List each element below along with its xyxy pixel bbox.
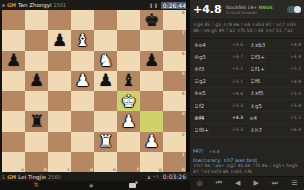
top-player-rating: 2561 [54,2,67,8]
piece-black-pawn-e5[interactable]: ♟ [94,71,117,91]
menu-icon[interactable]: ☰ [291,180,297,187]
record-icon[interactable]: ◉ [89,183,93,188]
white-move-eval: +4.6 [220,42,246,47]
piece-white-rook-e2[interactable]: ♜ [94,132,117,152]
inaccuracy-eval: +4.8 [209,149,220,154]
square-g6[interactable]: ♟ [140,51,163,71]
navigation-controls: ◎⏮◀▶⏭☰ [190,176,304,190]
chat-icon[interactable] [129,183,136,188]
square-d7[interactable]: ♝ [71,30,94,50]
square-g4[interactable] [140,91,163,111]
square-f8[interactable] [117,10,140,30]
engine-circle-icon[interactable]: ◎ [197,180,203,187]
square-g7[interactable] [140,30,163,50]
top-player-clock: 0:26:44 [161,2,188,9]
square-h8[interactable]: 8 [163,10,186,30]
pawn-icon: ♟ [147,174,151,180]
white-move-eval: +5.3 [220,127,246,132]
white-move-eval: +4.7 [220,54,246,59]
black-move[interactable]: ♗g5 [246,103,278,109]
square-b2[interactable] [25,132,48,152]
piece-white-king-f4[interactable]: ♚ [117,91,140,111]
engine-toggle-knob [294,6,301,13]
inaccuracy-move[interactable]: f4?! [193,148,204,154]
square-a1[interactable]: a [2,152,25,172]
bottom-player-name: Lei Tingjie [18,174,46,180]
analysis-flask-icon[interactable]: ⚗ [33,182,38,188]
move-row: ♔g5+4.7♖f3++4.8 [190,51,304,63]
white-move[interactable]: ♖g2 [190,78,220,84]
square-c3[interactable] [48,111,71,131]
square-b6[interactable] [25,51,48,71]
square-h6[interactable]: 6 [163,51,186,71]
square-d4[interactable] [71,91,94,111]
black-move[interactable]: ♗xb3 [246,42,278,48]
top-player-bar: GM Tan Zhongyi 2561 ❚❚ 0:26:44 [0,0,190,10]
white-move-eval: +5.1 [220,79,246,84]
square-e1[interactable]: e [94,152,117,172]
piece-black-pawn-b5[interactable]: ♟ [25,71,48,91]
square-c8[interactable] [48,10,71,30]
square-f2[interactable] [117,132,140,152]
live-dot-icon [2,4,5,7]
move-row: ♔e4+4.6♗xb3+4.8 [190,39,304,51]
white-move[interactable]: ♖f2 [190,103,220,109]
white-move-eval: +4.3 [220,115,246,120]
engine-info: Stockfish 14+ NNUE in local browser [226,5,287,15]
rank-label-4: 4 [182,92,185,97]
square-d3[interactable] [71,111,94,131]
square-g5[interactable] [140,71,163,91]
white-move-eval: +5.3 [220,103,246,108]
square-a8[interactable] [2,10,25,30]
engine-toggle[interactable] [287,6,301,13]
square-h2[interactable]: 2 [163,132,186,152]
white-move[interactable]: ♔f4 [190,115,220,121]
chess-board[interactable]: ♚8♟♝7♟♞♟6♟♟♟♝5♚4♜♟3♜♟2abcdefg1h [2,10,186,172]
piece-black-rook-b3[interactable]: ♜ [25,111,48,131]
skip-last-icon[interactable]: ⏭ [272,180,278,187]
square-c7[interactable]: ♟ [48,30,71,50]
rank-label-5: 5 [182,72,185,77]
square-f6[interactable] [117,51,140,71]
engine-header: +4.8 Stockfish 14+ NNUE in local browser [190,0,304,20]
black-move[interactable]: ♖f3+ [246,54,278,60]
square-c5[interactable] [48,71,71,91]
move-list: ♔e4+4.6♗xb3+4.8♔g5+4.7♖f3++4.8♔f3+5.1♖f1… [190,39,304,137]
square-d5[interactable]: ♟ [71,71,94,91]
black-move-eval: +5.8 [278,103,304,108]
board-number: 1 [2,174,5,180]
square-d1[interactable]: d [71,152,94,172]
chat-notification-badge [135,181,138,184]
square-d6[interactable] [71,51,94,71]
material-advantage: ♟+1 [147,174,159,180]
white-move[interactable]: ♔g5 [190,54,220,60]
square-g1[interactable]: g [140,152,163,172]
square-d2[interactable] [71,132,94,152]
piece-white-knight-e6[interactable]: ♞ [94,51,117,71]
square-g2[interactable]: ♟ [140,132,163,152]
piece-black-bishop-f5[interactable]: ♝ [117,71,140,91]
move-row: ♖g2+5.1♖f6+4.8 [190,76,304,88]
white-move-eval: +5.1 [220,66,246,71]
white-move[interactable]: ♖f8+ [190,127,220,133]
rank-label-2: 2 [182,133,185,138]
square-e7[interactable] [94,30,117,50]
move-row: ♔f4+4.3e4+5.1 [190,112,304,124]
square-e5[interactable]: ♟ [94,71,117,91]
skip-first-icon[interactable]: ⏮ [216,180,222,187]
square-e8[interactable] [94,10,117,30]
black-move-eval: +4.8 [278,42,304,47]
black-move[interactable]: ♗xf5 [246,90,278,96]
square-c6[interactable] [48,51,71,71]
white-move[interactable]: ♔f3 [190,66,220,72]
square-h1[interactable]: 1h [163,152,186,172]
square-b7[interactable] [25,30,48,50]
bottom-player-rating: 2560 [48,174,61,180]
square-a6[interactable]: ♟ [2,51,25,71]
square-b1[interactable]: b [25,152,48,172]
square-g8[interactable]: ♚ [140,10,163,30]
square-b8[interactable] [25,10,48,30]
black-move-eval: +6.4 [278,127,304,132]
move-row: ♖f8++5.3♗h7+6.4 [190,124,304,136]
square-g3[interactable] [140,111,163,131]
step-back-icon[interactable]: ◀ [235,180,240,187]
engine-eval: +4.8 [193,3,222,16]
square-c2[interactable] [48,132,71,152]
square-f5[interactable]: ♝ [117,71,140,91]
rank-label-8: 8 [182,11,185,16]
rank-label-7: 7 [182,31,185,36]
square-a3[interactable] [2,111,25,131]
bottom-player-title: GM [7,174,16,180]
move-row: ♔f3+5.1♖f1++5.2 [190,63,304,75]
square-e4[interactable] [94,91,117,111]
white-move-eval: +4.6 [220,91,246,96]
bottom-player-bar: 1 GM Lei Tingjie 2560 ♟+1 0:03:26 [0,172,190,181]
square-h7[interactable]: 7 [163,30,186,50]
piece-white-pawn-g2[interactable]: ♟ [140,132,163,152]
square-h5[interactable]: 5 [163,71,186,91]
square-f3[interactable]: ♟ [117,111,140,131]
rank-label-6: 6 [182,52,185,57]
square-h4[interactable]: 4 [163,91,186,111]
move-row: ♔e5+4.6♗xf5+5.0 [190,88,304,100]
rank-label-1: 1 [182,153,185,158]
square-e2[interactable]: ♜ [94,132,117,152]
black-move-eval: +5.2 [278,66,304,71]
square-c1[interactable]: c [48,152,71,172]
square-b3[interactable]: ♜ [25,111,48,131]
piece-black-pawn-g6[interactable]: ♟ [140,51,163,71]
engine-location: in local browser [226,10,287,15]
black-move-eval: +4.8 [278,54,304,59]
analysis-panel: +4.8 Stockfish 14+ NNUE in local browser… [190,0,304,190]
white-move[interactable]: ♔e5 [190,90,220,96]
square-f4[interactable]: ♚ [117,91,140,111]
square-a7[interactable] [2,30,25,50]
black-move-eval: +5.0 [278,91,304,96]
square-h3[interactable]: 3 [163,111,186,131]
white-move[interactable]: ♔e4 [190,42,220,48]
square-e3[interactable] [94,111,117,131]
engine-pv-line[interactable]: ♗g4 45.♘g5 ♗c8 46.♘e4 ♗xb3 47.♘xc7 ♗d3 4… [190,20,304,39]
annotation-block: f4?! +4.8 Inaccuracy. ♗h7 was best. ♗h7 … [190,137,304,176]
black-move-eval: +5.1 [278,115,304,120]
pause-icon: ❚❚ [149,3,159,8]
piece-white-bishop-d7[interactable]: ♝ [71,30,94,50]
square-c4[interactable] [48,91,71,111]
square-f1[interactable]: f [117,152,140,172]
square-a5[interactable] [2,71,25,91]
nnue-badge: NNUE [259,5,273,10]
square-e6[interactable]: ♞ [94,51,117,71]
board-toolbar: ⚗ ◉ [0,181,190,190]
black-move[interactable]: ♖f6 [246,78,278,84]
black-move[interactable]: ♗h7 [246,127,278,133]
move-row: ♖f2+5.3♗g5+5.8 [190,100,304,112]
top-player-title: GM [7,2,16,8]
engine-variation[interactable]: ♗h7 44.♘a6+ ♔g7 45.d6 ♖f3 46.♘xg5+ hxg5 … [193,163,301,175]
step-forward-icon[interactable]: ▶ [253,180,258,187]
square-a4[interactable] [2,91,25,111]
rank-label-3: 3 [182,112,185,117]
piece-black-king-g8[interactable]: ♚ [140,10,163,30]
piece-white-pawn-d5[interactable]: ♟ [71,71,94,91]
piece-black-pawn-a6[interactable]: ♟ [2,51,25,71]
square-b5[interactable]: ♟ [25,71,48,91]
square-f7[interactable] [117,30,140,50]
piece-black-pawn-c7[interactable]: ♟ [48,30,71,50]
top-player-name: Tan Zhongyi [18,2,51,8]
square-d8[interactable] [71,10,94,30]
bottom-player-clock: 0:03:26 [161,173,188,180]
square-a2[interactable] [2,132,25,152]
lichess-analysis-app: GM Tan Zhongyi 2561 ❚❚ 0:26:44 ♚8♟♝7♟♞♟6… [0,0,304,190]
black-move[interactable]: e4 [246,115,278,121]
piece-white-pawn-f3[interactable]: ♟ [117,111,140,131]
black-move-eval: +4.8 [278,79,304,84]
black-move[interactable]: ♖f1+ [246,66,278,72]
square-b4[interactable] [25,91,48,111]
